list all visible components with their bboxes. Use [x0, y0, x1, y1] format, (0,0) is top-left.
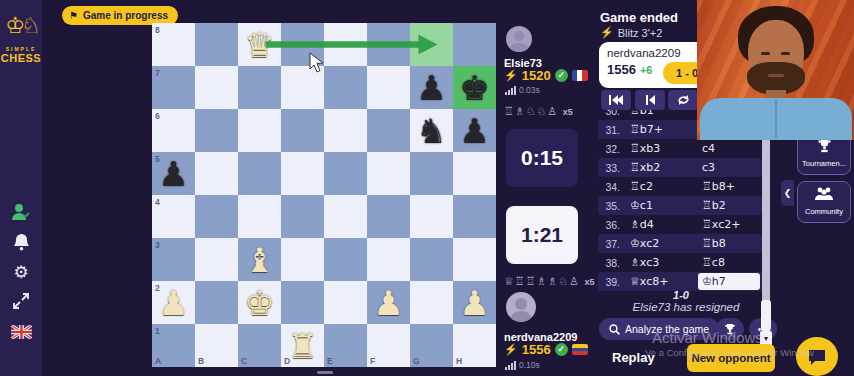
replay-button[interactable]: Replay: [612, 350, 655, 365]
square-c5[interactable]: [238, 152, 281, 195]
logo-chess-pieces-icon: ♔♘: [0, 6, 42, 46]
move-number: 38.: [598, 257, 626, 269]
move-number: 36.: [598, 219, 626, 231]
black-p-a5[interactable]: ♟: [152, 152, 195, 195]
settings-gear-icon[interactable]: ⚙: [0, 262, 42, 282]
board-area: ♛♟♚♞♟♟♝♟♚♟♟♜ 87654321ABCDEFGH: [152, 23, 496, 367]
collapse-panel-chevron[interactable]: ❮: [781, 180, 794, 206]
square-h5[interactable]: [453, 152, 496, 195]
signal-bars-icon: [505, 361, 516, 370]
square-f1[interactable]: [367, 324, 410, 367]
white-p-f2[interactable]: ♟: [367, 281, 410, 324]
black-p-g7[interactable]: ♟: [410, 66, 453, 109]
bolt-icon: ⚡: [504, 343, 518, 356]
sidebar: ♔♘ SIMPLE CHESS ⚙: [0, 0, 42, 376]
verified-check-icon: ✓: [555, 69, 568, 82]
square-h7[interactable]: ♚: [453, 66, 496, 109]
black-move[interactable]: ♖b2: [698, 199, 762, 212]
white-move[interactable]: ♖xb3: [626, 142, 698, 155]
trophy-button[interactable]: [716, 318, 744, 340]
chat-bubble-icon: [807, 348, 827, 366]
white-move[interactable]: ♖b7+: [626, 123, 698, 136]
move-number: 39.: [598, 276, 626, 288]
fullscreen-expand-icon[interactable]: [0, 293, 42, 313]
square-f5[interactable]: [367, 152, 410, 195]
white-move[interactable]: ♖b1: [626, 110, 698, 117]
square-e3[interactable]: [324, 238, 367, 281]
move-row-32: 32.♖xb3c4: [598, 139, 762, 158]
go-to-start-button[interactable]: [601, 90, 631, 110]
flip-board-button[interactable]: [668, 90, 698, 110]
square-h4[interactable]: [453, 195, 496, 238]
square-b3[interactable]: [195, 238, 238, 281]
square-b6[interactable]: [195, 109, 238, 152]
board: ♛♟♚♞♟♟♝♟♚♟♟♜: [152, 23, 496, 367]
square-a2[interactable]: ♟: [152, 281, 195, 324]
square-g8[interactable]: [410, 23, 453, 66]
move-number: 35.: [598, 200, 626, 212]
time-control: ⚡ Blitz 3'+2: [600, 26, 662, 39]
square-f4[interactable]: [367, 195, 410, 238]
game-status: Game ended: [600, 10, 678, 25]
black-move[interactable]: ♖c8: [698, 256, 762, 269]
square-b8[interactable]: [195, 23, 238, 66]
square-a7[interactable]: [152, 66, 195, 109]
analyze-game-button[interactable]: Analyze the game: [599, 318, 719, 340]
square-h8[interactable]: [453, 23, 496, 66]
online-status-icon[interactable]: [0, 203, 42, 225]
previous-move-button[interactable]: [635, 90, 665, 110]
webcam-shirt-collar: [775, 100, 777, 138]
bottom-player-rating: 1556: [522, 342, 551, 357]
black-k-h7[interactable]: ♚: [453, 66, 496, 109]
square-g3[interactable]: [410, 238, 453, 281]
square-b7[interactable]: [195, 66, 238, 109]
move-row-34: 34.♖c2♖b8+: [598, 177, 762, 196]
white-move[interactable]: ♗d4: [626, 218, 698, 231]
chat-button[interactable]: [796, 337, 838, 376]
captured-by-top-player: ♖♗♘♘♙ x5: [504, 105, 573, 118]
community-button[interactable]: Community: [797, 181, 851, 223]
captured-by-bottom-player: ♕♖♖♗♗♘♙ x5: [504, 275, 595, 288]
square-f2[interactable]: ♟: [367, 281, 410, 324]
square-g4[interactable]: [410, 195, 453, 238]
square-b5[interactable]: [195, 152, 238, 195]
square-a5[interactable]: ♟: [152, 152, 195, 195]
square-d6[interactable]: [281, 109, 324, 152]
move-number: 37.: [598, 238, 626, 250]
square-e2[interactable]: [324, 281, 367, 324]
square-d7[interactable]: [281, 66, 324, 109]
square-f8[interactable]: [367, 23, 410, 66]
square-h3[interactable]: [453, 238, 496, 281]
square-b2[interactable]: [195, 281, 238, 324]
new-opponent-button[interactable]: New opponent: [687, 344, 775, 372]
square-g7[interactable]: ♟: [410, 66, 453, 109]
white-p-a2[interactable]: ♟: [152, 281, 195, 324]
square-f7[interactable]: [367, 66, 410, 109]
webcam-video[interactable]: [697, 0, 854, 140]
white-move[interactable]: ♖xb2: [626, 161, 698, 174]
final-result: 1-0: [598, 289, 764, 301]
square-a3[interactable]: [152, 238, 195, 281]
venezuela-flag-icon: [572, 344, 588, 355]
move-number: 31.: [598, 124, 626, 136]
square-c4[interactable]: [238, 195, 281, 238]
black-move[interactable]: ♖b8: [698, 237, 762, 250]
move-number: 30.: [598, 110, 626, 117]
square-e4[interactable]: [324, 195, 367, 238]
move-number: 34.: [598, 181, 626, 193]
result-note: Elsie73 has resigned: [598, 301, 774, 313]
community-people-icon: [814, 187, 834, 201]
square-b1[interactable]: [195, 324, 238, 367]
webcam-person-eye: [781, 52, 790, 55]
square-d4[interactable]: [281, 195, 324, 238]
black-move[interactable]: ♖xc2+: [698, 218, 762, 231]
square-h6[interactable]: ♟: [453, 109, 496, 152]
white-move[interactable]: ♔c1: [626, 199, 698, 212]
move-row-36: 36.♗d4♖xc2+: [598, 215, 762, 234]
move-row-35: 35.♔c1♖b2: [598, 196, 762, 215]
scrollbar-thumb[interactable]: [761, 300, 771, 331]
move-row-38: 38.♗xc3♖c8: [598, 253, 762, 272]
app-logo[interactable]: ♔♘ SIMPLE CHESS: [0, 6, 42, 64]
square-e6[interactable]: [324, 109, 367, 152]
signal-bars-icon: [505, 86, 516, 95]
black-p-h6[interactable]: ♟: [453, 109, 496, 152]
app-window: ♔♘ SIMPLE CHESS ⚙ ⚑ Game in progress ♛♟♚…: [0, 0, 854, 376]
square-a4[interactable]: [152, 195, 195, 238]
bolt-icon: ⚡: [600, 26, 614, 39]
verified-check-icon: ✓: [555, 343, 568, 356]
move-number: 32.: [598, 143, 626, 155]
square-d3[interactable]: [281, 238, 324, 281]
top-player-clock: 0:15: [506, 129, 578, 187]
square-g6[interactable]: ♞: [410, 109, 453, 152]
move-row-33: 33.♖xb2c3: [598, 158, 762, 177]
top-player-rating: 1520: [522, 68, 551, 83]
white-move[interactable]: ♔xc2: [626, 237, 698, 250]
bottom-player-clock: 1:21: [506, 206, 578, 264]
move-row-37: 37.♔xc2♖b8: [598, 234, 762, 253]
flag-icon: ⚑: [69, 10, 78, 21]
square-d8[interactable]: [281, 23, 324, 66]
square-d5[interactable]: [281, 152, 324, 195]
logo-text: CHESS: [0, 52, 42, 64]
black-move[interactable]: c3: [698, 161, 762, 174]
black-move[interactable]: c4: [698, 142, 762, 155]
white-b-c3[interactable]: ♝: [238, 238, 281, 281]
square-e1[interactable]: [324, 324, 367, 367]
square-c1[interactable]: [238, 324, 281, 367]
webcam-person-mouth: [768, 74, 784, 77]
trophy-icon: [724, 323, 736, 335]
top-player-latency: 0.03s: [519, 85, 540, 95]
square-e5[interactable]: [324, 152, 367, 195]
square-f3[interactable]: [367, 238, 410, 281]
black-move-current[interactable]: ♔h7: [698, 273, 760, 290]
badge-label: Game in progress: [83, 10, 168, 21]
white-q-c8[interactable]: ♛: [238, 23, 281, 66]
square-c6[interactable]: [238, 109, 281, 152]
square-d1[interactable]: ♜: [281, 324, 324, 367]
square-g2[interactable]: [410, 281, 453, 324]
square-c8[interactable]: ♛: [238, 23, 281, 66]
white-move[interactable]: ♖c2: [626, 180, 698, 193]
square-e7[interactable]: [324, 66, 367, 109]
trophy-icon: [817, 138, 832, 153]
white-move[interactable]: ♕xc8+: [626, 275, 698, 288]
square-a6[interactable]: [152, 109, 195, 152]
square-b4[interactable]: [195, 195, 238, 238]
rating-delta: +6: [640, 64, 653, 76]
square-a8[interactable]: [152, 23, 195, 66]
square-g1[interactable]: [410, 324, 453, 367]
webcam-person-eye: [761, 52, 770, 55]
square-c2[interactable]: ♚: [238, 281, 281, 324]
square-d2[interactable]: [281, 281, 324, 324]
square-e8[interactable]: [324, 23, 367, 66]
avatar-bottom-player[interactable]: [506, 292, 536, 322]
square-c3[interactable]: ♝: [238, 238, 281, 281]
avatar-top-player[interactable]: [506, 26, 532, 52]
square-c7[interactable]: [238, 66, 281, 109]
white-r-d1[interactable]: ♜: [281, 324, 324, 367]
square-a1[interactable]: [152, 324, 195, 367]
black-n-g6[interactable]: ♞: [410, 109, 453, 152]
black-move[interactable]: ♖b8+: [698, 180, 762, 193]
square-f6[interactable]: [367, 109, 410, 152]
magnifier-icon: [609, 324, 620, 335]
bolt-icon: ⚡: [504, 69, 518, 82]
move-number: 33.: [598, 162, 626, 174]
square-g5[interactable]: [410, 152, 453, 195]
result-card-name: nerdvana2209: [607, 47, 709, 59]
white-p-h2[interactable]: ♟: [453, 281, 496, 324]
notifications-bell-icon[interactable]: [0, 233, 42, 255]
france-flag-icon: [572, 70, 588, 81]
board-collapse-handle[interactable]: [317, 371, 333, 374]
white-k-c2[interactable]: ♚: [238, 281, 281, 324]
bottom-player-latency: 0.10s: [519, 360, 540, 370]
language-uk-flag-icon[interactable]: [0, 325, 42, 343]
square-h1[interactable]: [453, 324, 496, 367]
white-move[interactable]: ♗xc3: [626, 256, 698, 269]
square-h2[interactable]: ♟: [453, 281, 496, 324]
